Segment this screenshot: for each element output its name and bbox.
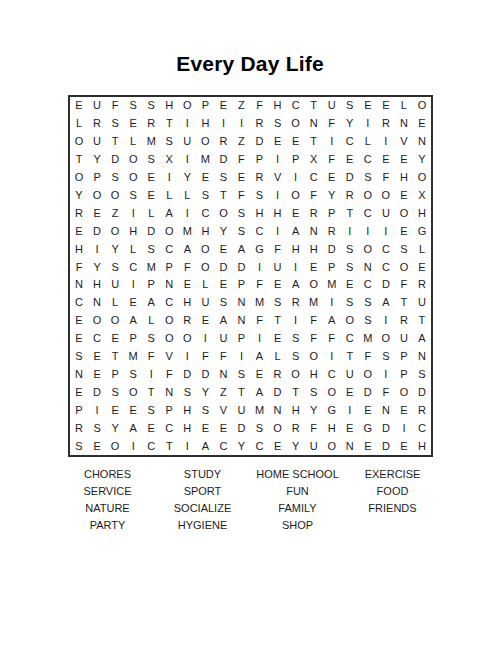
grid-cell: F (250, 276, 268, 294)
grid-cell: O (214, 204, 232, 222)
grid-cell: C (214, 437, 232, 455)
word-list-column: CHORESSERVICENATUREPARTY (60, 466, 155, 534)
grid-cell: E (395, 437, 413, 455)
word-list-item: STUDY (155, 466, 250, 483)
grid-cell: F (359, 348, 377, 366)
grid-cell: S (269, 294, 287, 312)
grid-cell: O (70, 169, 88, 187)
grid-cell: S (196, 186, 214, 204)
grid-cell: A (250, 348, 268, 366)
grid-cell: S (88, 419, 106, 437)
grid-cell: N (160, 383, 178, 401)
grid-cell: H (395, 169, 413, 187)
grid-cell: Y (214, 222, 232, 240)
grid-cell: D (88, 222, 106, 240)
grid-cell: C (377, 258, 395, 276)
grid-cell: L (124, 240, 142, 258)
grid-cell: I (88, 401, 106, 419)
grid-cell: O (323, 383, 341, 401)
grid-cell: G (323, 401, 341, 419)
grid-cell: X (160, 151, 178, 169)
grid-cell: C (359, 276, 377, 294)
grid-cell: H (413, 437, 431, 455)
word-list-item: EXERCISE (345, 466, 440, 483)
grid-cell: U (196, 294, 214, 312)
grid-cell: R (413, 276, 431, 294)
grid-cell: E (88, 204, 106, 222)
grid-cell: P (287, 151, 305, 169)
grid-cell: I (269, 222, 287, 240)
grid-cell: A (232, 240, 250, 258)
grid-cell: F (305, 419, 323, 437)
grid-cell: S (142, 97, 160, 115)
grid-cell: O (287, 365, 305, 383)
grid-cell: F (323, 330, 341, 348)
grid-cell: C (160, 240, 178, 258)
word-list-item: SOCIALIZE (155, 500, 250, 517)
word-list-item: HOME SCHOOL (250, 466, 345, 483)
grid-cell: E (359, 401, 377, 419)
grid-cell: O (377, 186, 395, 204)
grid-cell: E (124, 115, 142, 133)
word-list-item: SPORT (155, 483, 250, 500)
grid-cell: E (196, 419, 214, 437)
grid-cell: F (269, 240, 287, 258)
grid-cell: I (287, 312, 305, 330)
grid-cell: N (305, 222, 323, 240)
grid-cell: Y (70, 186, 88, 204)
word-list-item: SHOP (250, 517, 345, 534)
grid-cell: M (305, 294, 323, 312)
grid-cell: O (196, 240, 214, 258)
grid-cell: I (178, 115, 196, 133)
grid-cell: I (341, 222, 359, 240)
grid-cell: P (106, 365, 124, 383)
grid-cell: E (413, 115, 431, 133)
grid-cell: M (250, 294, 268, 312)
grid-cell: O (106, 312, 124, 330)
grid-cell: F (70, 258, 88, 276)
grid-cell: C (196, 204, 214, 222)
grid-cell: O (178, 97, 196, 115)
word-list-item: FUN (250, 483, 345, 500)
grid-cell: E (341, 151, 359, 169)
grid-cell: A (377, 294, 395, 312)
grid-cell: I (323, 294, 341, 312)
grid-cell: P (160, 401, 178, 419)
word-list-item: HYGIENE (155, 517, 250, 534)
grid-cell: E (269, 133, 287, 151)
grid-cell: O (395, 383, 413, 401)
grid-cell: C (359, 151, 377, 169)
grid-cell: P (395, 365, 413, 383)
grid-cell: U (377, 204, 395, 222)
grid-cell: E (250, 365, 268, 383)
grid-cell: F (232, 186, 250, 204)
grid-cell: O (160, 312, 178, 330)
grid-cell: E (196, 169, 214, 187)
grid-cell: O (196, 133, 214, 151)
grid-cell: O (178, 330, 196, 348)
grid-cell: U (178, 133, 196, 151)
grid-cell: E (196, 312, 214, 330)
grid-cell: E (70, 97, 88, 115)
grid-cell: S (106, 115, 124, 133)
grid-cell: O (196, 258, 214, 276)
grid-cell: E (106, 330, 124, 348)
grid-cell: V (160, 348, 178, 366)
grid-cell: S (413, 365, 431, 383)
grid-cell: M (124, 348, 142, 366)
grid-cell: E (377, 151, 395, 169)
grid-cell: R (142, 115, 160, 133)
grid-cell: L (142, 312, 160, 330)
grid-cell: I (323, 133, 341, 151)
grid-cell: Y (196, 383, 214, 401)
grid-cell: U (106, 276, 124, 294)
word-list-column: HOME SCHOOLFUNFAMILYSHOP (250, 466, 345, 534)
grid-cell: D (269, 383, 287, 401)
grid-cell: C (250, 222, 268, 240)
grid-cell: E (395, 222, 413, 240)
grid-cell: I (377, 222, 395, 240)
grid-cell: F (395, 276, 413, 294)
grid-cell: O (305, 276, 323, 294)
grid-cell: V (395, 133, 413, 151)
grid-cell: S (124, 365, 142, 383)
grid-cell: E (142, 419, 160, 437)
grid-cell: D (232, 258, 250, 276)
grid-cell: N (70, 365, 88, 383)
grid-cell: D (196, 365, 214, 383)
grid-cell: S (232, 204, 250, 222)
grid-cell: Y (413, 151, 431, 169)
word-list-item: PARTY (60, 517, 155, 534)
grid-cell: M (196, 151, 214, 169)
grid-cell: S (142, 401, 160, 419)
grid-cell: M (142, 258, 160, 276)
grid-cell: Y (341, 115, 359, 133)
grid-cell: E (70, 383, 88, 401)
grid-cell: D (377, 419, 395, 437)
word-list-item: FOOD (345, 483, 440, 500)
grid-cell: O (88, 312, 106, 330)
grid-cell: O (269, 419, 287, 437)
grid-cell: T (413, 312, 431, 330)
grid-cell: S (70, 437, 88, 455)
grid-cell: D (142, 222, 160, 240)
grid-cell: R (70, 204, 88, 222)
grid-cell: U (413, 294, 431, 312)
grid-cell: I (124, 437, 142, 455)
grid-cell: O (287, 115, 305, 133)
grid-cell: A (413, 330, 431, 348)
grid-cell: C (88, 330, 106, 348)
word-list-item: NATURE (60, 500, 155, 517)
grid-cell: E (88, 365, 106, 383)
grid-cell: I (395, 419, 413, 437)
grid-cell: R (178, 312, 196, 330)
grid-cell: T (287, 383, 305, 401)
grid-cell: A (160, 204, 178, 222)
grid-cell: F (305, 312, 323, 330)
grid-cell: D (214, 258, 232, 276)
grid-cell: A (250, 383, 268, 401)
grid-cell: I (323, 348, 341, 366)
grid-cell: U (214, 330, 232, 348)
grid-cell: C (160, 294, 178, 312)
grid-cell: T (106, 133, 124, 151)
grid-cell: R (413, 401, 431, 419)
grid-cell: H (178, 419, 196, 437)
grid-cell: R (287, 294, 305, 312)
grid-cell: S (359, 312, 377, 330)
grid-cell: H (70, 240, 88, 258)
grid-cell: P (124, 330, 142, 348)
grid-cell: S (214, 294, 232, 312)
word-list-item: SERVICE (60, 483, 155, 500)
grid-cell: R (395, 312, 413, 330)
grid-cell: D (341, 169, 359, 187)
grid-cell: N (341, 437, 359, 455)
grid-cell: S (359, 294, 377, 312)
grid-cell: N (413, 133, 431, 151)
grid-cell: O (106, 437, 124, 455)
grid-cell: I (269, 186, 287, 204)
grid-cell: E (413, 258, 431, 276)
grid-cell: I (232, 115, 250, 133)
grid-cell: O (106, 186, 124, 204)
grid-cell: N (232, 294, 250, 312)
grid-cell: E (341, 383, 359, 401)
grid-cell: S (124, 97, 142, 115)
grid-cell: I (88, 240, 106, 258)
grid-cell: O (124, 151, 142, 169)
grid-cell: E (70, 330, 88, 348)
grid-cell: E (341, 276, 359, 294)
grid-cell: T (160, 115, 178, 133)
grid-cell: I (269, 151, 287, 169)
grid-cell: E (214, 97, 232, 115)
grid-cell: D (250, 133, 268, 151)
grid-cell: F (250, 312, 268, 330)
grid-cell: U (323, 97, 341, 115)
grid-cell: R (70, 419, 88, 437)
grid-cell: E (359, 97, 377, 115)
grid-cell: O (359, 186, 377, 204)
grid-cell: F (178, 258, 196, 276)
grid-cell: H (305, 240, 323, 258)
grid-cell: E (323, 169, 341, 187)
grid-cell: C (305, 169, 323, 187)
grid-cell: T (305, 133, 323, 151)
grid-cell: I (142, 365, 160, 383)
word-list-item: FAMILY (250, 500, 345, 517)
word-list-item: FRIENDS (345, 500, 440, 517)
grid-cell: H (124, 222, 142, 240)
grid-cell: O (70, 133, 88, 151)
grid-cell: E (395, 151, 413, 169)
grid-cell: N (395, 115, 413, 133)
grid-cell: H (269, 204, 287, 222)
grid-cell: C (341, 330, 359, 348)
grid-cell: F (377, 383, 395, 401)
grid-cell: T (305, 97, 323, 115)
grid-cell: S (142, 240, 160, 258)
grid-cell: R (250, 169, 268, 187)
grid-cell: H (178, 294, 196, 312)
grid-cell: G (359, 419, 377, 437)
grid-cell: S (250, 419, 268, 437)
grid-cell: R (250, 115, 268, 133)
puzzle-title: Every Day Life (0, 52, 500, 76)
grid-cell: H (160, 97, 178, 115)
grid-cell: N (377, 401, 395, 419)
grid-cell: F (232, 151, 250, 169)
grid-cell: S (287, 330, 305, 348)
grid-cell: S (232, 222, 250, 240)
grid-cell: R (323, 222, 341, 240)
grid-cell: S (287, 348, 305, 366)
grid-cell: S (305, 383, 323, 401)
grid-cell: M (142, 133, 160, 151)
grid-cell: A (323, 312, 341, 330)
grid-cell: S (250, 186, 268, 204)
grid-cell: I (124, 276, 142, 294)
grid-cell: H (196, 222, 214, 240)
grid-cell: I (377, 365, 395, 383)
grid-cell: S (377, 348, 395, 366)
grid-cell: F (214, 348, 232, 366)
grid-cell: E (214, 276, 232, 294)
grid-cell: L (106, 294, 124, 312)
grid-cell: N (359, 258, 377, 276)
grid-cell: S (160, 133, 178, 151)
grid-cell: E (214, 419, 232, 437)
grid-cell: I (377, 312, 395, 330)
grid-cell: O (323, 437, 341, 455)
grid-cell: V (269, 169, 287, 187)
grid-cell: E (142, 169, 160, 187)
word-search-grid: EUFSSHOPEZFHCTUSEELOLRSERTIHIIRSONFYIRNE… (68, 95, 433, 457)
grid-cell: N (269, 401, 287, 419)
grid-cell: E (287, 133, 305, 151)
grid-cell: A (214, 312, 232, 330)
grid-cell: I (341, 401, 359, 419)
grid-cell: X (413, 186, 431, 204)
grid-cell: O (413, 169, 431, 187)
grid-cell: C (70, 294, 88, 312)
grid-cell: C (142, 437, 160, 455)
grid-cell: Y (287, 437, 305, 455)
grid-cell: A (124, 419, 142, 437)
grid-cell: C (341, 133, 359, 151)
grid-cell: M (323, 276, 341, 294)
grid-cell: D (377, 437, 395, 455)
grid-cell: S (341, 258, 359, 276)
word-list-item: CHORES (60, 466, 155, 483)
grid-cell: I (214, 115, 232, 133)
grid-cell: D (214, 151, 232, 169)
grid-cell: N (160, 276, 178, 294)
grid-cell: Y (178, 169, 196, 187)
grid-cell: F (323, 151, 341, 169)
grid-cell: A (142, 294, 160, 312)
grid-cell: U (395, 330, 413, 348)
grid-cell: E (232, 169, 250, 187)
grid-cell: E (70, 222, 88, 240)
grid-cell: U (305, 437, 323, 455)
grid-cell: S (341, 294, 359, 312)
grid-cell: Y (323, 186, 341, 204)
grid-cell: E (395, 186, 413, 204)
grid-cell: S (178, 383, 196, 401)
grid-cell: E (269, 437, 287, 455)
grid-cell: O (124, 169, 142, 187)
grid-cell: O (88, 186, 106, 204)
word-list: CHORESSERVICENATUREPARTYSTUDYSPORTSOCIAL… (60, 466, 440, 534)
grid-cell: O (341, 312, 359, 330)
grid-cell: C (250, 437, 268, 455)
grid-cell: S (142, 151, 160, 169)
grid-cell: S (106, 169, 124, 187)
grid-cell: E (395, 401, 413, 419)
grid-cell: I (160, 169, 178, 187)
grid-cell: E (70, 312, 88, 330)
grid-cell: T (232, 383, 250, 401)
grid-cell: T (341, 204, 359, 222)
puzzle-page: Every Day Life EUFSSHOPEZFHCTUSEELOLRSER… (0, 0, 500, 647)
grid-cell: H (323, 419, 341, 437)
grid-cell: T (395, 294, 413, 312)
grid-cell: S (124, 186, 142, 204)
grid-cell: P (88, 169, 106, 187)
grid-cell: C (359, 204, 377, 222)
grid-cell: U (88, 133, 106, 151)
grid-cell: N (232, 312, 250, 330)
grid-cell: O (395, 258, 413, 276)
grid-cell: U (232, 401, 250, 419)
grid-cell: T (214, 186, 232, 204)
grid-cell: H (287, 401, 305, 419)
grid-cell: R (341, 186, 359, 204)
grid-cell: E (88, 437, 106, 455)
grid-cell: R (88, 115, 106, 133)
grid-cell: P (160, 258, 178, 276)
grid-cell: O (106, 222, 124, 240)
grid-cell: H (305, 365, 323, 383)
grid-cell: U (269, 258, 287, 276)
grid-cell: D (106, 151, 124, 169)
grid-cell: D (323, 240, 341, 258)
grid-cell: R (305, 204, 323, 222)
grid-cell: C (124, 258, 142, 276)
grid-cell: D (88, 383, 106, 401)
grid-cell: S (341, 97, 359, 115)
grid-cell: O (305, 348, 323, 366)
grid-cell: V (214, 401, 232, 419)
grid-cell: F (106, 97, 124, 115)
grid-cell: U (341, 365, 359, 383)
grid-cell: T (106, 348, 124, 366)
grid-cell: C (413, 419, 431, 437)
grid-cell: D (232, 419, 250, 437)
grid-cell: F (305, 330, 323, 348)
grid-cell: Z (214, 383, 232, 401)
grid-cell: I (250, 258, 268, 276)
grid-cell: L (413, 240, 431, 258)
grid-cell: P (196, 97, 214, 115)
